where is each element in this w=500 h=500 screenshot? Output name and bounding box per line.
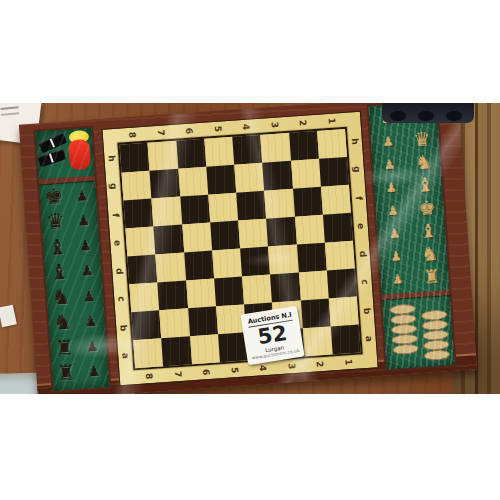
square-g7 xyxy=(150,169,180,199)
square-a7 xyxy=(161,336,191,366)
square-g2 xyxy=(291,159,321,189)
black-bishop: ♝ xyxy=(47,236,67,258)
page: ♚♛♝♝♞♞♜♜♟♟♟♟♟♟♟♟ 87654321 87654321 hgfed… xyxy=(0,0,500,500)
square-d3 xyxy=(268,245,298,275)
white-knight: ♞ xyxy=(414,152,432,172)
square-h4 xyxy=(232,135,262,165)
square-d2 xyxy=(296,243,326,273)
square-h8 xyxy=(120,143,150,173)
square-c5 xyxy=(214,276,244,306)
square-c8 xyxy=(129,282,159,312)
square-c3 xyxy=(270,273,300,303)
white-pawn: ♟ xyxy=(385,180,398,194)
square-b2 xyxy=(300,299,330,329)
square-b8 xyxy=(131,310,161,340)
square-a2 xyxy=(302,326,332,356)
draughts-disc xyxy=(392,343,419,355)
square-b7 xyxy=(159,308,189,338)
square-e2 xyxy=(294,215,324,245)
square-f2 xyxy=(293,187,323,217)
white-pawn: ♟ xyxy=(391,272,404,286)
square-c6 xyxy=(186,278,216,308)
square-d8 xyxy=(127,254,157,284)
square-f5 xyxy=(208,193,238,223)
black-pawn: ♟ xyxy=(81,263,95,278)
square-h7 xyxy=(148,141,178,171)
black-queen: ♛ xyxy=(46,211,66,233)
square-d6 xyxy=(184,251,214,281)
white-pawn: ♟ xyxy=(382,135,395,149)
black-knight: ♞ xyxy=(51,287,71,309)
white-rook: ♜ xyxy=(422,267,440,287)
square-f4 xyxy=(236,191,266,221)
draughts-disc xyxy=(424,349,451,361)
square-e5 xyxy=(210,221,240,251)
white-bishop: ♝ xyxy=(419,221,437,241)
black-rook: ♜ xyxy=(54,337,74,359)
square-c1 xyxy=(327,269,357,299)
black-bishop: ♝ xyxy=(49,261,69,283)
white-pawn: ♟ xyxy=(388,226,401,240)
white-pawn: ♟ xyxy=(387,203,400,217)
square-f7 xyxy=(152,197,182,227)
chess-board: 87654321 87654321 hgfedcba hgfedcba xyxy=(101,111,378,387)
square-b6 xyxy=(188,306,218,336)
lot-number: 52 xyxy=(256,322,288,348)
square-e4 xyxy=(238,219,268,249)
white-pawn: ♟ xyxy=(390,249,403,263)
black-knight: ♞ xyxy=(53,312,73,334)
white-bishop: ♝ xyxy=(416,175,434,195)
square-f6 xyxy=(180,195,210,225)
square-e7 xyxy=(154,225,184,255)
square-g4 xyxy=(234,163,264,193)
black-pawn: ♟ xyxy=(82,288,96,303)
square-f8 xyxy=(123,199,153,229)
dark-accessory-box xyxy=(382,103,474,123)
auction-photo: ♚♛♝♝♞♞♜♜♟♟♟♟♟♟♟♟ 87654321 87654321 hgfed… xyxy=(0,103,500,394)
square-a8 xyxy=(133,338,163,368)
draughts-stack xyxy=(389,303,419,363)
square-g3 xyxy=(262,161,292,191)
white-king: ♚ xyxy=(418,198,436,218)
white-queen: ♛ xyxy=(413,129,431,149)
square-d4 xyxy=(240,247,270,277)
square-g8 xyxy=(122,171,152,201)
square-a1 xyxy=(330,324,360,354)
square-h3 xyxy=(260,133,290,163)
square-a6 xyxy=(190,334,220,364)
white-knight: ♞ xyxy=(421,244,439,264)
square-c4 xyxy=(242,275,272,305)
square-h6 xyxy=(176,139,206,169)
square-f3 xyxy=(264,189,294,219)
white-pawn: ♟ xyxy=(383,158,396,172)
square-g5 xyxy=(206,165,236,195)
black-pawn: ♟ xyxy=(79,238,93,253)
square-h1 xyxy=(317,129,347,159)
square-h2 xyxy=(289,131,319,161)
square-e8 xyxy=(125,227,155,257)
square-f1 xyxy=(321,185,351,215)
board-grid xyxy=(117,127,362,370)
draughts-stack xyxy=(421,309,451,363)
square-c7 xyxy=(157,280,187,310)
square-b1 xyxy=(329,297,359,327)
square-d1 xyxy=(325,241,355,271)
square-d7 xyxy=(156,252,186,282)
black-rook: ♜ xyxy=(56,362,76,384)
square-h5 xyxy=(204,137,234,167)
black-pawn: ♟ xyxy=(77,213,91,228)
square-e6 xyxy=(182,223,212,253)
square-e3 xyxy=(266,217,296,247)
tray-divider xyxy=(382,290,450,300)
square-c2 xyxy=(298,271,328,301)
black-pawn: ♟ xyxy=(88,364,102,379)
square-e1 xyxy=(323,213,353,243)
black-pawn: ♟ xyxy=(75,188,89,203)
black-pawn: ♟ xyxy=(84,314,98,329)
black-king: ♚ xyxy=(44,186,64,208)
red-counter-stack xyxy=(68,139,91,170)
auction-lot-sticker: Auctions N.I 52 Lurgan www.auctionsni.co… xyxy=(240,306,304,365)
square-g1 xyxy=(319,157,349,187)
square-g6 xyxy=(178,167,208,197)
black-pawn: ♟ xyxy=(86,339,100,354)
square-d5 xyxy=(212,249,242,279)
